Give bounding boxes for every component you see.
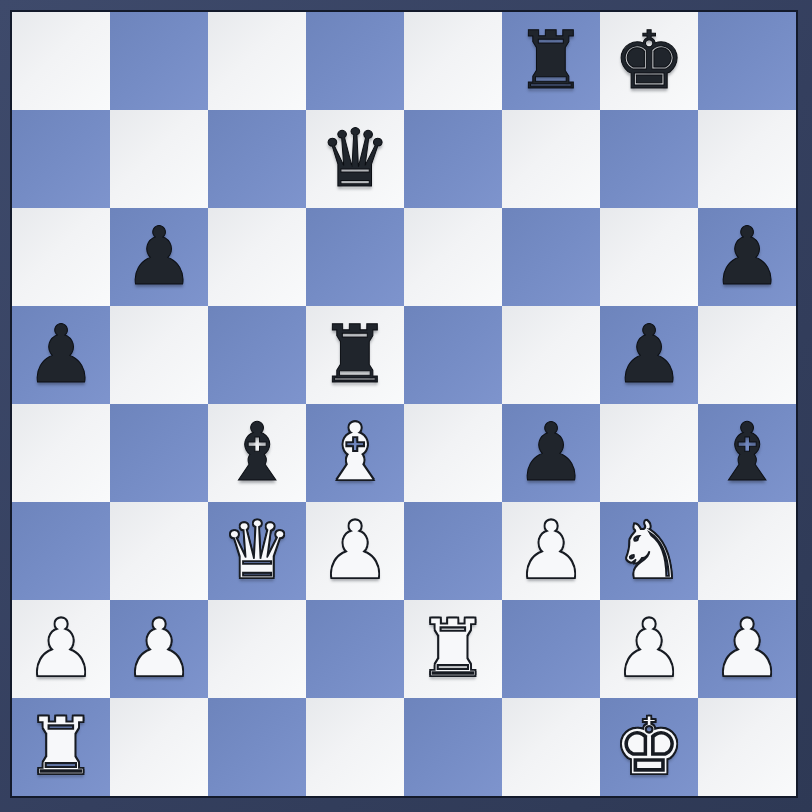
square-h8[interactable] [698, 12, 796, 110]
square-c8[interactable] [208, 12, 306, 110]
square-a6[interactable] [12, 208, 110, 306]
square-c6[interactable] [208, 208, 306, 306]
square-c7[interactable] [208, 110, 306, 208]
piece-black-pawn-icon[interactable]: ♟ [711, 208, 783, 306]
square-e2[interactable]: ♜ [404, 600, 502, 698]
square-d1[interactable] [306, 698, 404, 796]
square-d8[interactable] [306, 12, 404, 110]
chess-board: ♜♚♛♟♟♟♜♟♝♝♟♝♛♟♟♞♟♟♜♟♟♜♚ [12, 12, 796, 796]
piece-black-pawn-icon[interactable]: ♟ [515, 404, 587, 502]
square-b8[interactable] [110, 12, 208, 110]
square-g4[interactable] [600, 404, 698, 502]
square-e1[interactable] [404, 698, 502, 796]
square-e7[interactable] [404, 110, 502, 208]
piece-black-king-icon[interactable]: ♚ [613, 12, 685, 110]
piece-white-rook-icon[interactable]: ♜ [417, 600, 489, 698]
piece-black-queen-icon[interactable]: ♛ [319, 110, 391, 208]
square-d3[interactable]: ♟ [306, 502, 404, 600]
square-c2[interactable] [208, 600, 306, 698]
square-e5[interactable] [404, 306, 502, 404]
square-c5[interactable] [208, 306, 306, 404]
square-g3[interactable]: ♞ [600, 502, 698, 600]
square-c3[interactable]: ♛ [208, 502, 306, 600]
piece-black-bishop-icon[interactable]: ♝ [711, 404, 783, 502]
square-b3[interactable] [110, 502, 208, 600]
square-b6[interactable]: ♟ [110, 208, 208, 306]
square-h2[interactable]: ♟ [698, 600, 796, 698]
square-e8[interactable] [404, 12, 502, 110]
piece-white-rook-icon[interactable]: ♜ [25, 698, 97, 796]
square-f2[interactable] [502, 600, 600, 698]
square-h3[interactable] [698, 502, 796, 600]
board-frame: ♜♚♛♟♟♟♜♟♝♝♟♝♛♟♟♞♟♟♜♟♟♜♚ [0, 0, 812, 812]
piece-black-pawn-icon[interactable]: ♟ [25, 306, 97, 404]
piece-black-bishop-icon[interactable]: ♝ [221, 404, 293, 502]
square-h6[interactable]: ♟ [698, 208, 796, 306]
piece-white-queen-icon[interactable]: ♛ [221, 502, 293, 600]
square-c1[interactable] [208, 698, 306, 796]
square-f5[interactable] [502, 306, 600, 404]
piece-white-bishop-icon[interactable]: ♝ [319, 404, 391, 502]
square-d2[interactable] [306, 600, 404, 698]
piece-white-pawn-icon[interactable]: ♟ [25, 600, 97, 698]
piece-white-pawn-icon[interactable]: ♟ [711, 600, 783, 698]
square-b7[interactable] [110, 110, 208, 208]
square-h1[interactable] [698, 698, 796, 796]
square-a4[interactable] [12, 404, 110, 502]
square-e4[interactable] [404, 404, 502, 502]
square-d4[interactable]: ♝ [306, 404, 404, 502]
piece-white-king-icon[interactable]: ♚ [613, 698, 685, 796]
square-g5[interactable]: ♟ [600, 306, 698, 404]
square-a7[interactable] [12, 110, 110, 208]
square-b1[interactable] [110, 698, 208, 796]
square-g6[interactable] [600, 208, 698, 306]
square-h4[interactable]: ♝ [698, 404, 796, 502]
square-f8[interactable]: ♜ [502, 12, 600, 110]
square-g2[interactable]: ♟ [600, 600, 698, 698]
square-h7[interactable] [698, 110, 796, 208]
square-f3[interactable]: ♟ [502, 502, 600, 600]
square-f6[interactable] [502, 208, 600, 306]
square-d7[interactable]: ♛ [306, 110, 404, 208]
square-b2[interactable]: ♟ [110, 600, 208, 698]
piece-black-pawn-icon[interactable]: ♟ [123, 208, 195, 306]
square-b4[interactable] [110, 404, 208, 502]
square-a3[interactable] [12, 502, 110, 600]
piece-white-pawn-icon[interactable]: ♟ [319, 502, 391, 600]
square-a5[interactable]: ♟ [12, 306, 110, 404]
square-g1[interactable]: ♚ [600, 698, 698, 796]
square-d6[interactable] [306, 208, 404, 306]
square-g8[interactable]: ♚ [600, 12, 698, 110]
square-g7[interactable] [600, 110, 698, 208]
piece-white-pawn-icon[interactable]: ♟ [613, 600, 685, 698]
piece-black-rook-icon[interactable]: ♜ [319, 306, 391, 404]
square-d5[interactable]: ♜ [306, 306, 404, 404]
piece-white-knight-icon[interactable]: ♞ [613, 502, 685, 600]
square-b5[interactable] [110, 306, 208, 404]
piece-black-rook-icon[interactable]: ♜ [515, 12, 587, 110]
square-a8[interactable] [12, 12, 110, 110]
piece-black-pawn-icon[interactable]: ♟ [613, 306, 685, 404]
square-e6[interactable] [404, 208, 502, 306]
square-f7[interactable] [502, 110, 600, 208]
square-e3[interactable] [404, 502, 502, 600]
square-c4[interactable]: ♝ [208, 404, 306, 502]
square-f4[interactable]: ♟ [502, 404, 600, 502]
square-a2[interactable]: ♟ [12, 600, 110, 698]
square-h5[interactable] [698, 306, 796, 404]
piece-white-pawn-icon[interactable]: ♟ [123, 600, 195, 698]
piece-white-pawn-icon[interactable]: ♟ [515, 502, 587, 600]
square-f1[interactable] [502, 698, 600, 796]
square-a1[interactable]: ♜ [12, 698, 110, 796]
